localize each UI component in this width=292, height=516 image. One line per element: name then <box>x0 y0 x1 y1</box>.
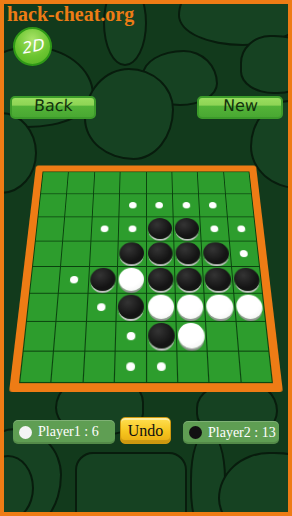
view-mode-2d-button[interactable]: 2D <box>13 27 52 66</box>
legal-move-dot[interactable] <box>70 276 79 283</box>
cell-e5[interactable] <box>147 267 175 293</box>
legal-move-dot[interactable] <box>129 202 137 208</box>
cell-g2[interactable] <box>199 194 226 216</box>
cell-h6[interactable] <box>234 294 265 321</box>
cell-f3[interactable] <box>173 217 200 240</box>
black-disc <box>148 242 173 265</box>
player2-score-label: Player2 : 13 <box>208 426 276 440</box>
cell-f2[interactable] <box>173 194 200 216</box>
cell-h7[interactable] <box>236 322 268 351</box>
cell-c5[interactable] <box>88 267 117 293</box>
legal-move-dot[interactable] <box>209 202 217 208</box>
background-blob <box>75 452 187 516</box>
player1-score-label: Player1 : 6 <box>38 425 99 439</box>
legal-move-dot[interactable] <box>182 202 190 208</box>
cell-c7[interactable] <box>85 322 115 351</box>
player2-score-panel: Player2 : 13 <box>183 421 279 444</box>
cell-b2[interactable] <box>66 194 93 216</box>
cell-h5[interactable] <box>232 267 262 293</box>
cell-h4[interactable] <box>230 242 259 267</box>
cell-h1[interactable] <box>224 172 251 193</box>
board-frame <box>9 166 283 392</box>
cell-g6[interactable] <box>205 294 235 321</box>
cell-e1[interactable] <box>146 172 171 193</box>
legal-move-dot[interactable] <box>156 202 164 208</box>
cell-f8[interactable] <box>177 352 208 382</box>
cell-g4[interactable] <box>202 242 231 267</box>
cell-d4[interactable] <box>118 242 145 267</box>
cell-b3[interactable] <box>64 217 92 240</box>
cell-c1[interactable] <box>94 172 120 193</box>
cell-b4[interactable] <box>61 242 90 267</box>
cell-g3[interactable] <box>201 217 229 240</box>
cell-d8[interactable] <box>115 352 145 382</box>
black-disc <box>118 294 145 319</box>
cell-d5[interactable] <box>117 267 145 293</box>
cell-e8[interactable] <box>147 352 177 382</box>
white-disc <box>178 322 206 348</box>
cell-g8[interactable] <box>208 352 240 382</box>
cell-c6[interactable] <box>87 294 117 321</box>
cell-a6[interactable] <box>27 294 58 321</box>
black-disc <box>176 267 202 291</box>
back-button[interactable]: Back <box>10 96 96 119</box>
black-disc <box>203 242 229 265</box>
board-grid <box>19 171 273 383</box>
black-disc-icon <box>189 426 202 439</box>
cell-h2[interactable] <box>226 194 254 216</box>
board <box>24 142 268 391</box>
cell-c2[interactable] <box>92 194 119 216</box>
black-disc <box>175 242 201 265</box>
cell-e4[interactable] <box>146 242 173 267</box>
cell-e2[interactable] <box>146 194 172 216</box>
view-mode-label: 2D <box>20 37 45 57</box>
legal-move-dot[interactable] <box>128 226 136 233</box>
black-disc <box>175 218 200 239</box>
undo-label: Undo <box>128 423 164 439</box>
white-disc <box>148 294 175 319</box>
white-disc <box>119 267 145 291</box>
legal-move-dot[interactable] <box>126 362 135 371</box>
cell-a5[interactable] <box>30 267 60 293</box>
white-disc <box>235 294 264 319</box>
cell-a4[interactable] <box>33 242 62 267</box>
black-disc <box>90 267 116 291</box>
legal-move-dot[interactable] <box>97 303 106 311</box>
legal-move-dot[interactable] <box>127 332 136 340</box>
cell-e3[interactable] <box>146 217 173 240</box>
cell-a8[interactable] <box>20 352 53 382</box>
cell-b6[interactable] <box>57 294 87 321</box>
cell-f6[interactable] <box>176 294 206 321</box>
cell-a3[interactable] <box>36 217 65 240</box>
cell-f4[interactable] <box>174 242 202 267</box>
black-disc <box>233 267 261 291</box>
cell-e7[interactable] <box>147 322 177 351</box>
cell-d3[interactable] <box>119 217 146 240</box>
black-disc <box>148 267 174 291</box>
cell-h3[interactable] <box>228 217 257 240</box>
cell-f1[interactable] <box>172 172 198 193</box>
legal-move-dot[interactable] <box>238 226 246 233</box>
legal-move-dot[interactable] <box>240 250 249 257</box>
cell-d6[interactable] <box>117 294 146 321</box>
cell-a1[interactable] <box>41 172 68 193</box>
watermark-title: hack-cheat.org <box>7 3 134 26</box>
cell-b8[interactable] <box>52 352 84 382</box>
white-disc-icon <box>19 426 32 439</box>
cell-c3[interactable] <box>91 217 118 240</box>
white-disc <box>177 294 204 319</box>
cell-c8[interactable] <box>83 352 114 382</box>
legal-move-dot[interactable] <box>101 226 109 233</box>
cell-b1[interactable] <box>67 172 94 193</box>
cell-h8[interactable] <box>239 352 272 382</box>
cell-g1[interactable] <box>198 172 225 193</box>
new-button[interactable]: New <box>197 96 283 119</box>
black-disc <box>119 242 144 265</box>
cell-f5[interactable] <box>175 267 204 293</box>
black-disc <box>148 218 173 239</box>
cell-f7[interactable] <box>176 322 206 351</box>
cell-b7[interactable] <box>54 322 85 351</box>
legal-move-dot[interactable] <box>157 362 166 371</box>
black-disc <box>204 267 231 291</box>
cell-c4[interactable] <box>90 242 118 267</box>
legal-move-dot[interactable] <box>210 226 218 233</box>
new-label: New <box>222 98 258 114</box>
cell-g5[interactable] <box>203 267 233 293</box>
player1-score-panel: Player1 : 6 <box>13 420 115 444</box>
cell-d7[interactable] <box>116 322 146 351</box>
cell-g7[interactable] <box>206 322 237 351</box>
background-blob <box>240 35 292 94</box>
background-blob <box>218 452 292 516</box>
cell-d2[interactable] <box>119 194 145 216</box>
cell-d1[interactable] <box>120 172 145 193</box>
cell-a2[interactable] <box>39 194 67 216</box>
cell-b5[interactable] <box>59 267 89 293</box>
app-screen: hack-cheat.org 2D Back New Player1 : 6 U… <box>0 0 292 516</box>
undo-button[interactable]: Undo <box>120 417 171 444</box>
back-label: Back <box>33 98 73 114</box>
cell-a7[interactable] <box>24 322 56 351</box>
cell-e6[interactable] <box>147 294 176 321</box>
black-disc <box>148 322 175 348</box>
white-disc <box>206 294 234 319</box>
